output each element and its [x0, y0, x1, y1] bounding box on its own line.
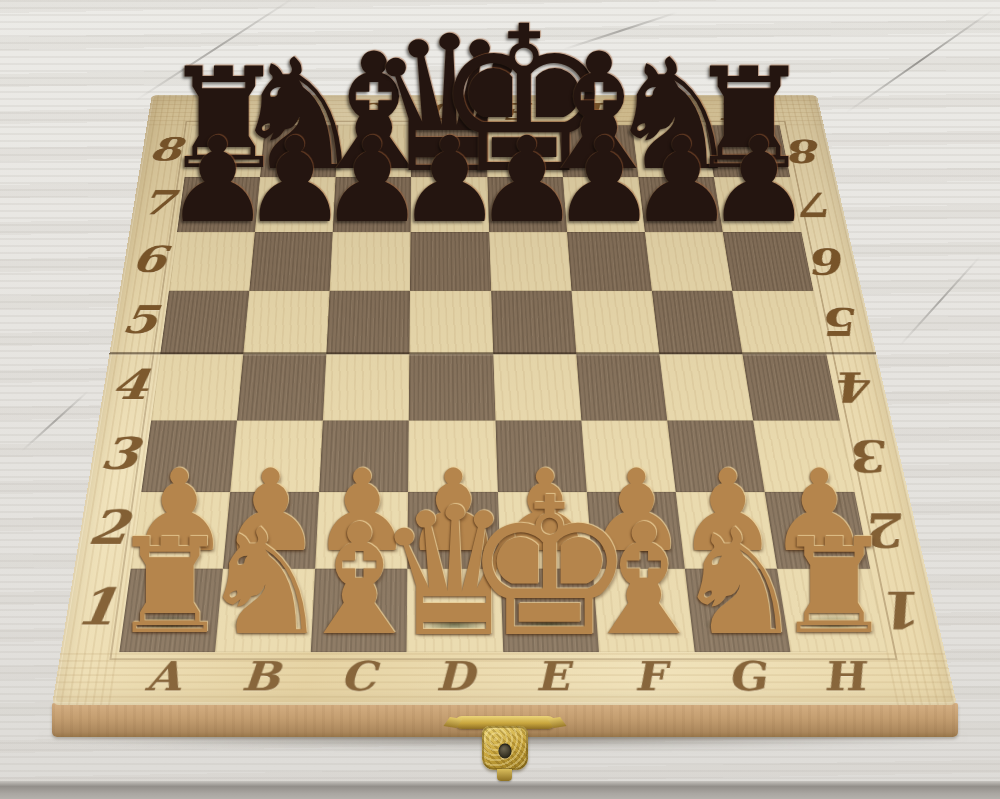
square-c4[interactable] [323, 353, 410, 420]
square-d4[interactable] [409, 353, 495, 420]
square-f4[interactable] [576, 353, 667, 420]
square-g5[interactable] [652, 291, 743, 354]
square-e4[interactable] [493, 353, 581, 420]
square-a5[interactable] [160, 291, 249, 354]
piece-white-rook-h1[interactable]: ♜ [775, 521, 893, 653]
square-d5[interactable] [410, 291, 493, 354]
piece-black-pawn-h7[interactable]: ♟ [706, 121, 812, 239]
rank-label-4-left: 4 [108, 360, 151, 408]
square-f5[interactable] [571, 291, 659, 354]
square-e5[interactable] [491, 291, 576, 354]
photo-scene: AA11BB22CC33DD44EE55FF66GG77HH88 ♜♞♝♛♚♝♞… [0, 0, 1000, 799]
clasp-tongue [497, 769, 512, 781]
rank-label-5-left: 5 [119, 297, 160, 341]
square-g4[interactable] [659, 353, 753, 420]
fold-seam [109, 352, 877, 356]
square-b4[interactable] [237, 353, 327, 420]
clasp-hole [499, 743, 512, 758]
square-c5[interactable] [326, 291, 410, 354]
table-edge-shadow [0, 781, 1000, 799]
square-h5[interactable] [732, 291, 825, 354]
clasp-hasp [482, 726, 528, 770]
square-b5[interactable] [243, 291, 330, 354]
square-a4[interactable] [151, 353, 243, 420]
rank-label-6-left: 6 [129, 238, 169, 280]
square-h4[interactable] [743, 353, 840, 420]
